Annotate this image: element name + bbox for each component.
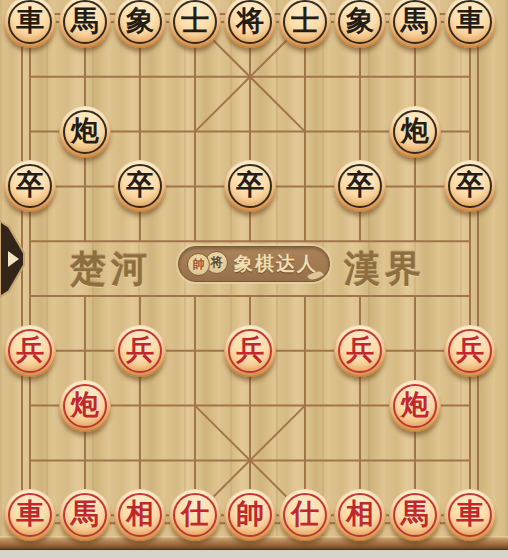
piece-character: 兵: [456, 336, 484, 364]
piece-character: 象: [126, 7, 154, 35]
piece-character: 帥: [236, 500, 264, 528]
xiangqi-piece-black[interactable]: 馬: [389, 0, 441, 48]
piece-character: 将: [236, 7, 264, 35]
piece-character: 仕: [291, 500, 319, 528]
piece-character: 炮: [71, 117, 99, 145]
piece-character: 相: [346, 500, 374, 528]
xiangqi-piece-black[interactable]: 卒: [114, 160, 166, 212]
xiangqi-piece-black[interactable]: 象: [334, 0, 386, 48]
piece-character: 仕: [181, 500, 209, 528]
xiangqi-piece-black[interactable]: 卒: [334, 160, 386, 212]
piece-character: 車: [456, 500, 484, 528]
piece-character: 馬: [71, 7, 99, 35]
xiangqi-piece-black[interactable]: 卒: [4, 160, 56, 212]
xiangqi-piece-red[interactable]: 帥: [224, 489, 276, 541]
piece-character: 卒: [16, 171, 44, 199]
xiangqi-piece-red[interactable]: 相: [114, 489, 166, 541]
piece-character: 兵: [16, 336, 44, 364]
xiangqi-piece-red[interactable]: 車: [444, 489, 496, 541]
xiangqi-piece-black[interactable]: 車: [4, 0, 56, 48]
piece-character: 士: [291, 7, 319, 35]
xiangqi-piece-black[interactable]: 将: [224, 0, 276, 48]
xiangqi-piece-red[interactable]: 仕: [169, 489, 221, 541]
piece-character: 相: [126, 500, 154, 528]
piece-character: 車: [16, 500, 44, 528]
xiangqi-game-screen: 楚河 漢界 帥 将 象棋达人 車馬象士将士象馬車炮炮卒卒卒卒卒兵兵兵兵兵炮炮車馬…: [0, 0, 508, 558]
xiangqi-piece-black[interactable]: 炮: [59, 106, 111, 158]
xiangqi-piece-red[interactable]: 炮: [389, 380, 441, 432]
piece-character: 兵: [126, 336, 154, 364]
xiangqi-piece-red[interactable]: 兵: [444, 325, 496, 377]
xiangqi-piece-red[interactable]: 車: [4, 489, 56, 541]
piece-character: 士: [181, 7, 209, 35]
xiangqi-piece-black[interactable]: 卒: [444, 160, 496, 212]
side-drawer-handle[interactable]: [0, 218, 27, 300]
xiangqi-piece-red[interactable]: 相: [334, 489, 386, 541]
xiangqi-piece-red[interactable]: 仕: [279, 489, 331, 541]
xiangqi-piece-black[interactable]: 馬: [59, 0, 111, 48]
piece-character: 卒: [346, 171, 374, 199]
piece-character: 車: [456, 7, 484, 35]
xiangqi-piece-red[interactable]: 炮: [59, 380, 111, 432]
xiangqi-piece-black[interactable]: 象: [114, 0, 166, 48]
xiangqi-piece-red[interactable]: 兵: [224, 325, 276, 377]
xiangqi-piece-black[interactable]: 士: [169, 0, 221, 48]
piece-character: 馬: [401, 7, 429, 35]
xiangqi-piece-red[interactable]: 兵: [4, 325, 56, 377]
piece-character: 馬: [71, 500, 99, 528]
piece-character: 卒: [456, 171, 484, 199]
xiangqi-piece-black[interactable]: 卒: [224, 160, 276, 212]
xiangqi-piece-red[interactable]: 馬: [59, 489, 111, 541]
piece-character: 卒: [126, 171, 154, 199]
xiangqi-piece-red[interactable]: 馬: [389, 489, 441, 541]
xiangqi-piece-red[interactable]: 兵: [334, 325, 386, 377]
xiangqi-piece-red[interactable]: 兵: [114, 325, 166, 377]
xiangqi-piece-black[interactable]: 炮: [389, 106, 441, 158]
piece-character: 車: [16, 7, 44, 35]
pieces-layer: 車馬象士将士象馬車炮炮卒卒卒卒卒兵兵兵兵兵炮炮車馬相仕帥仕相馬車: [0, 0, 508, 558]
piece-character: 馬: [401, 500, 429, 528]
piece-character: 炮: [401, 391, 429, 419]
piece-character: 炮: [401, 117, 429, 145]
piece-character: 兵: [236, 336, 264, 364]
piece-character: 兵: [346, 336, 374, 364]
piece-character: 炮: [71, 391, 99, 419]
piece-character: 卒: [236, 171, 264, 199]
piece-character: 象: [346, 7, 374, 35]
xiangqi-piece-black[interactable]: 車: [444, 0, 496, 48]
xiangqi-piece-black[interactable]: 士: [279, 0, 331, 48]
